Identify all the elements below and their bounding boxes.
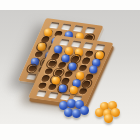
square-slot: [36, 90, 46, 97]
square-slot: [83, 42, 93, 49]
square-slot: [73, 25, 83, 32]
orange-marble[interactable]: [104, 114, 113, 123]
product-photo: [0, 0, 140, 140]
divot[interactable]: [76, 87, 90, 96]
blue-marble[interactable]: [59, 85, 67, 93]
square-slot: [61, 23, 71, 30]
square-slot: [59, 39, 69, 46]
orange-marble[interactable]: [69, 86, 77, 94]
divot-hollow: [78, 88, 88, 95]
blue-marble[interactable]: [80, 106, 89, 115]
square-slot: [71, 40, 81, 47]
square-slot: [48, 92, 58, 99]
square-slot: [49, 22, 59, 29]
